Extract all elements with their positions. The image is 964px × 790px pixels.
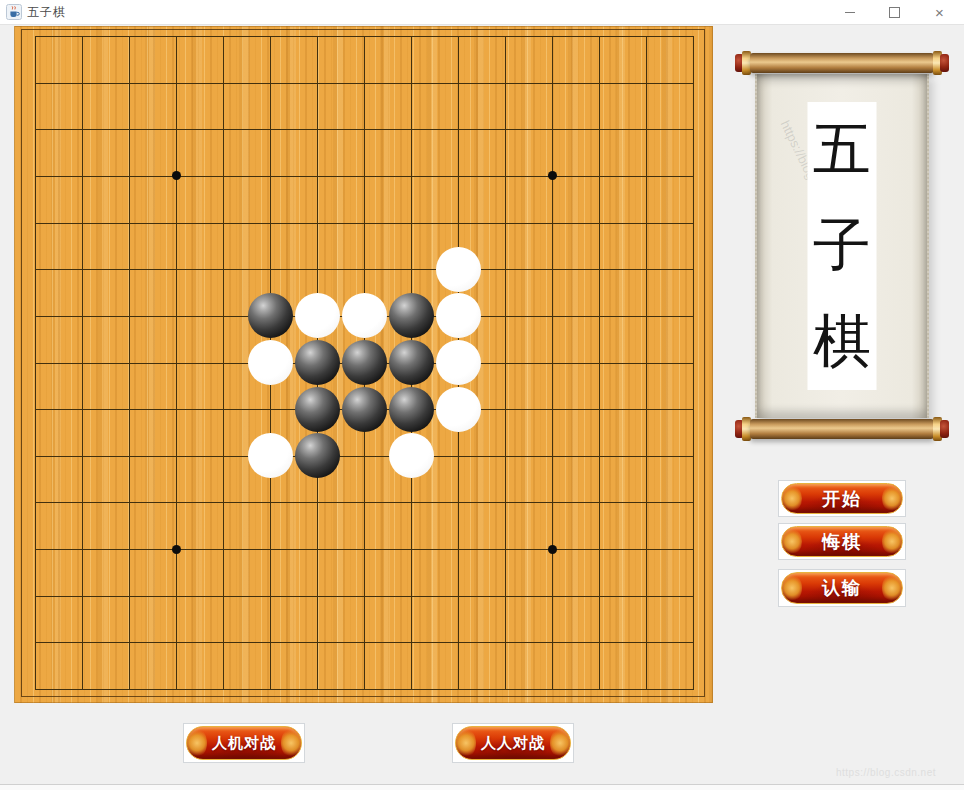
close-icon: × xyxy=(935,5,944,20)
grid-line-horizontal xyxy=(35,642,694,643)
scroll-char-qi: 棋 xyxy=(813,313,871,371)
human-vs-computer-button[interactable]: 人机对战 xyxy=(183,723,305,763)
maximize-button[interactable] xyxy=(872,0,917,24)
grid-line-horizontal xyxy=(35,689,694,690)
roller-knob-icon xyxy=(940,54,949,72)
star-point xyxy=(172,171,181,180)
white-stone xyxy=(389,433,434,478)
star-point xyxy=(172,545,181,554)
minimize-button[interactable] xyxy=(827,0,872,24)
star-point xyxy=(548,545,557,554)
white-stone xyxy=(436,340,481,385)
scroll-title-strip: 五 子 棋 xyxy=(808,102,877,390)
undo-move-button[interactable]: 悔棋 xyxy=(778,523,906,560)
black-stone xyxy=(295,433,340,478)
scroll-char-zi: 子 xyxy=(813,217,871,275)
black-stone xyxy=(342,340,387,385)
scroll-bottom-roller xyxy=(735,418,949,440)
grid-line-vertical xyxy=(505,36,506,690)
black-stone xyxy=(389,293,434,338)
window-controls: × xyxy=(827,0,962,24)
window-bottom-strip xyxy=(0,785,964,790)
scroll-banner: https://blog.csdn.net 五 子 棋 xyxy=(735,48,949,444)
window-title: 五子棋 xyxy=(27,4,66,21)
white-stone xyxy=(295,293,340,338)
roller-knob-icon xyxy=(940,420,949,438)
grid-line-vertical xyxy=(599,36,600,690)
white-stone xyxy=(342,293,387,338)
gomoku-board[interactable] xyxy=(14,26,713,703)
white-stone xyxy=(436,387,481,432)
black-stone xyxy=(295,387,340,432)
star-point xyxy=(548,171,557,180)
grid-line-vertical xyxy=(552,36,553,690)
black-stone xyxy=(342,387,387,432)
human-vs-human-label: 人人对战 xyxy=(481,734,545,753)
grid-line-vertical xyxy=(646,36,647,690)
black-stone xyxy=(389,340,434,385)
grid-line-horizontal xyxy=(35,456,694,457)
black-stone xyxy=(389,387,434,432)
human-vs-computer-label: 人机对战 xyxy=(212,734,276,753)
board-grid xyxy=(35,36,694,690)
minimize-icon xyxy=(845,12,855,13)
undo-move-button-label: 悔棋 xyxy=(822,530,862,554)
grid-line-vertical xyxy=(693,36,694,690)
close-button[interactable]: × xyxy=(917,0,962,24)
white-stone xyxy=(248,433,293,478)
csdn-watermark: https://blog.csdn.net xyxy=(836,767,936,778)
maximize-icon xyxy=(889,7,900,18)
grid-line-horizontal xyxy=(35,502,694,503)
start-button[interactable]: 开始 xyxy=(778,480,906,517)
white-stone xyxy=(248,340,293,385)
grid-line-horizontal xyxy=(35,549,694,550)
resign-button-label: 认输 xyxy=(822,576,862,600)
scroll-top-roller xyxy=(735,52,949,74)
white-stone xyxy=(436,247,481,292)
black-stone xyxy=(248,293,293,338)
white-stone xyxy=(436,293,481,338)
java-coffee-icon xyxy=(6,4,22,20)
scroll-char-wu: 五 xyxy=(813,121,871,179)
grid-line-horizontal xyxy=(35,596,694,597)
black-stone xyxy=(295,340,340,385)
human-vs-human-button[interactable]: 人人对战 xyxy=(452,723,574,763)
resign-button[interactable]: 认输 xyxy=(778,569,906,607)
titlebar: 五子棋 × xyxy=(0,0,964,25)
start-button-label: 开始 xyxy=(822,487,862,511)
